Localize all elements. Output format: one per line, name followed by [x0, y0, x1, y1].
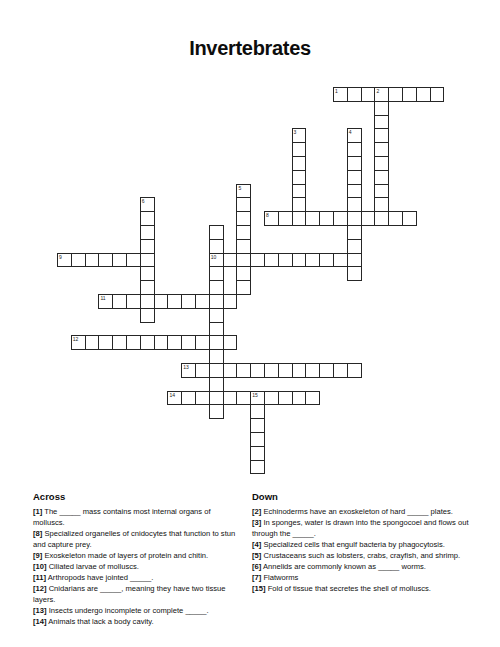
clue-number: [6]	[252, 562, 261, 571]
crossword-cell[interactable]	[209, 280, 224, 295]
crossword-cell[interactable]	[223, 391, 238, 406]
crossword-cell[interactable]	[292, 391, 307, 406]
crossword-cell[interactable]	[402, 211, 417, 226]
crossword-cell[interactable]	[98, 335, 113, 350]
crossword-cell[interactable]	[167, 335, 182, 350]
crossword-cell[interactable]	[388, 211, 403, 226]
clue-number: [13]	[33, 606, 47, 615]
crossword-cell[interactable]	[292, 142, 307, 157]
crossword-cell[interactable]	[374, 156, 389, 171]
crossword-cell[interactable]: 14	[167, 391, 182, 406]
across-header: Across	[33, 491, 240, 502]
crossword-cell[interactable]: 13	[181, 363, 196, 378]
crossword-page: Invertebrates 12345689101112131415 Acros…	[0, 0, 500, 647]
crossword-cell[interactable]	[416, 87, 431, 102]
crossword-cell[interactable]	[292, 211, 307, 226]
cell-number: 14	[169, 392, 175, 398]
crossword-cell[interactable]	[195, 363, 210, 378]
crossword-cell[interactable]	[333, 211, 348, 226]
crossword-cell[interactable]	[195, 391, 210, 406]
cell-number: 12	[73, 336, 79, 342]
crossword-cell[interactable]	[181, 294, 196, 309]
crossword-cell[interactable]	[319, 211, 334, 226]
crossword-cell[interactable]	[236, 280, 251, 295]
crossword-cell[interactable]	[292, 197, 307, 212]
down-clue-4: [4] Specialized cells that engulf bacter…	[252, 539, 477, 550]
clue-number: [11]	[33, 573, 46, 582]
crossword-cell[interactable]: 11	[98, 294, 113, 309]
crossword-cell[interactable]	[112, 335, 127, 350]
crossword-cell[interactable]	[223, 294, 238, 309]
crossword-cell[interactable]	[250, 253, 265, 268]
clue-number: [10]	[33, 562, 47, 571]
crossword-cell[interactable]	[140, 294, 155, 309]
cell-number: 10	[211, 254, 217, 260]
crossword-cell[interactable]	[264, 253, 279, 268]
crossword-cell[interactable]: 4	[347, 128, 362, 143]
crossword-cell[interactable]	[98, 253, 113, 268]
across-clue-13: [13] Insects undergo incomplete or compl…	[33, 605, 240, 616]
crossword-grid: 12345689101112131415	[57, 87, 445, 475]
crossword-cell[interactable]	[333, 363, 348, 378]
crossword-cell[interactable]	[126, 294, 141, 309]
crossword-cell[interactable]: 15	[250, 391, 265, 406]
crossword-cell[interactable]	[85, 253, 100, 268]
crossword-cell[interactable]	[305, 363, 320, 378]
crossword-cell[interactable]	[209, 335, 224, 350]
crossword-cell[interactable]	[278, 363, 293, 378]
crossword-cell[interactable]	[181, 335, 196, 350]
crossword-cell[interactable]	[278, 253, 293, 268]
cell-number: 11	[100, 295, 105, 301]
crossword-cell[interactable]	[85, 335, 100, 350]
down-clue-5: [5] Crustaceans such as lobsters, crabs,…	[252, 550, 477, 561]
crossword-cell[interactable]	[209, 404, 224, 419]
crossword-cell[interactable]	[347, 197, 362, 212]
across-clues-column: Across [1] The _____ mass contains most …	[33, 491, 240, 627]
clue-number: [8]	[33, 529, 42, 538]
crossword-cell[interactable]	[374, 115, 389, 130]
crossword-cell[interactable]	[209, 391, 224, 406]
crossword-cell[interactable]	[209, 322, 224, 337]
crossword-cell[interactable]	[140, 308, 155, 323]
crossword-cell[interactable]	[347, 184, 362, 199]
cell-number: 9	[59, 254, 62, 260]
clue-number: [12]	[33, 584, 47, 593]
crossword-cell[interactable]	[71, 253, 86, 268]
crossword-cell[interactable]	[154, 294, 169, 309]
crossword-cell[interactable]	[250, 446, 265, 461]
cell-number: 15	[252, 392, 258, 398]
crossword-cell[interactable]	[250, 418, 265, 433]
across-clue-11: [11] Arthropods have jointed _____.	[33, 572, 240, 583]
crossword-cell[interactable]	[292, 363, 307, 378]
crossword-cell[interactable]	[195, 335, 210, 350]
crossword-cell[interactable]	[347, 266, 362, 281]
crossword-cell[interactable]	[374, 170, 389, 185]
crossword-cell[interactable]	[236, 391, 251, 406]
crossword-cell[interactable]: 5	[236, 184, 251, 199]
crossword-cell[interactable]	[347, 87, 362, 102]
crossword-cell[interactable]	[154, 335, 169, 350]
clue-number: [1]	[33, 507, 42, 516]
down-clue-7: [7] Flatworms	[252, 572, 477, 583]
crossword-cell[interactable]	[209, 377, 224, 392]
cell-number: 3	[294, 129, 297, 135]
crossword-cell[interactable]	[347, 170, 362, 185]
down-clue-6: [6] Annelids are commonly known as _____…	[252, 561, 477, 572]
crossword-cell[interactable]	[236, 363, 251, 378]
crossword-cell[interactable]	[250, 432, 265, 447]
crossword-cell[interactable]	[347, 225, 362, 240]
down-clue-2: [2] Echinoderms have an exoskeleton of h…	[252, 506, 477, 517]
crossword-cell[interactable]: 2	[374, 87, 389, 102]
across-clue-9: [9] Exoskeleton made of layers of protei…	[33, 550, 240, 561]
crossword-cell[interactable]	[319, 253, 334, 268]
crossword-cell[interactable]	[374, 197, 389, 212]
crossword-cell[interactable]	[223, 363, 238, 378]
clue-number: [3]	[252, 518, 261, 527]
crossword-cell[interactable]	[402, 87, 417, 102]
down-clue-list: [2] Echinoderms have an exoskeleton of h…	[252, 506, 477, 594]
crossword-cell[interactable]	[140, 239, 155, 254]
crossword-cell[interactable]	[374, 101, 389, 116]
crossword-cell[interactable]	[223, 335, 238, 350]
crossword-cell[interactable]	[374, 211, 389, 226]
crossword-cell[interactable]	[374, 184, 389, 199]
clue-number: [15]	[252, 584, 266, 593]
clue-number: [2]	[252, 507, 261, 516]
down-header: Down	[252, 491, 477, 502]
crossword-cell[interactable]	[236, 266, 251, 281]
crossword-cell[interactable]	[374, 128, 389, 143]
crossword-cell[interactable]	[112, 253, 127, 268]
cell-number: 8	[266, 212, 269, 218]
crossword-cell[interactable]	[209, 225, 224, 240]
crossword-cell[interactable]	[223, 253, 238, 268]
crossword-cell[interactable]: 9	[57, 253, 72, 268]
crossword-cell[interactable]	[347, 156, 362, 171]
crossword-cell[interactable]	[126, 253, 141, 268]
crossword-cell[interactable]	[236, 239, 251, 254]
clue-number: [5]	[252, 551, 261, 560]
crossword-cell[interactable]	[209, 239, 224, 254]
crossword-cell[interactable]	[319, 363, 334, 378]
crossword-cell[interactable]	[278, 391, 293, 406]
puzzle-title: Invertebrates	[0, 37, 500, 60]
crossword-cell[interactable]	[305, 211, 320, 226]
clue-number: [14]	[33, 617, 47, 626]
crossword-cell[interactable]	[236, 225, 251, 240]
crossword-cell[interactable]	[140, 266, 155, 281]
crossword-cell[interactable]	[292, 253, 307, 268]
crossword-cell[interactable]	[347, 239, 362, 254]
crossword-cell[interactable]	[236, 253, 251, 268]
crossword-cell[interactable]	[126, 335, 141, 350]
cell-number: 6	[142, 198, 145, 204]
crossword-cell[interactable]: 10	[209, 253, 224, 268]
crossword-cell[interactable]	[388, 87, 403, 102]
crossword-cell[interactable]	[333, 253, 348, 268]
down-clue-3: [3] In sponges, water is drawn into the …	[252, 517, 477, 539]
clue-number: [7]	[252, 573, 261, 582]
crossword-cell[interactable]	[347, 211, 362, 226]
down-clue-15: [15] Fold of tissue that secretes the sh…	[252, 583, 477, 594]
crossword-cell[interactable]: 3	[292, 128, 307, 143]
crossword-cell[interactable]	[195, 294, 210, 309]
clue-number: [4]	[252, 540, 261, 549]
clues-section: Across [1] The _____ mass contains most …	[33, 491, 477, 627]
crossword-cell[interactable]: 1	[333, 87, 348, 102]
crossword-cell[interactable]	[236, 211, 251, 226]
cell-number: 2	[376, 88, 379, 94]
crossword-cell[interactable]	[361, 211, 376, 226]
clue-number: [9]	[33, 551, 42, 560]
cell-number: 13	[183, 364, 189, 370]
across-clue-12: [12] Cnidarians are _____, meaning they …	[33, 583, 240, 605]
crossword-cell[interactable]	[167, 294, 182, 309]
crossword-cell[interactable]	[305, 253, 320, 268]
crossword-cell[interactable]	[236, 197, 251, 212]
across-clue-8: [8] Specialized organelles of cnidocytes…	[33, 528, 240, 550]
crossword-cell[interactable]	[347, 253, 362, 268]
crossword-cell[interactable]	[250, 460, 265, 475]
crossword-cell[interactable]	[140, 211, 155, 226]
across-clue-10: [10] Ciliated larvae of molluscs.	[33, 561, 240, 572]
crossword-cell[interactable]	[278, 211, 293, 226]
crossword-cell[interactable]	[140, 225, 155, 240]
crossword-cell[interactable]	[140, 335, 155, 350]
crossword-cell[interactable]	[292, 170, 307, 185]
crossword-cell[interactable]: 8	[264, 211, 279, 226]
crossword-cell[interactable]	[292, 184, 307, 199]
crossword-cell[interactable]	[140, 253, 155, 268]
crossword-cell[interactable]	[209, 349, 224, 364]
crossword-cell[interactable]	[112, 294, 127, 309]
across-clue-1: [1] The _____ mass contains most interna…	[33, 506, 240, 528]
crossword-cell[interactable]	[140, 280, 155, 295]
crossword-cell[interactable]	[264, 363, 279, 378]
down-clues-column: Down [2] Echinoderms have an exoskeleton…	[252, 491, 477, 594]
cell-number: 1	[335, 88, 338, 94]
crossword-cell[interactable]	[209, 266, 224, 281]
crossword-cell[interactable]	[374, 142, 389, 157]
crossword-cell[interactable]	[430, 87, 445, 102]
crossword-cell[interactable]: 6	[140, 197, 155, 212]
crossword-cell[interactable]	[264, 391, 279, 406]
crossword-cell[interactable]	[347, 363, 362, 378]
across-clue-list: [1] The _____ mass contains most interna…	[33, 506, 240, 627]
crossword-cell[interactable]	[292, 156, 307, 171]
crossword-cell[interactable]	[209, 308, 224, 323]
crossword-cell[interactable]: 12	[71, 335, 86, 350]
crossword-cell[interactable]	[347, 142, 362, 157]
crossword-cell[interactable]	[305, 391, 320, 406]
crossword-cell[interactable]	[361, 87, 376, 102]
crossword-cell[interactable]	[250, 363, 265, 378]
crossword-cell[interactable]	[250, 404, 265, 419]
across-clue-14: [14] Animals that lack a body cavity.	[33, 616, 240, 627]
crossword-cell[interactable]	[209, 363, 224, 378]
crossword-cell[interactable]	[209, 294, 224, 309]
cell-number: 4	[349, 129, 352, 135]
cell-number: 5	[238, 185, 241, 191]
crossword-cell[interactable]	[181, 391, 196, 406]
